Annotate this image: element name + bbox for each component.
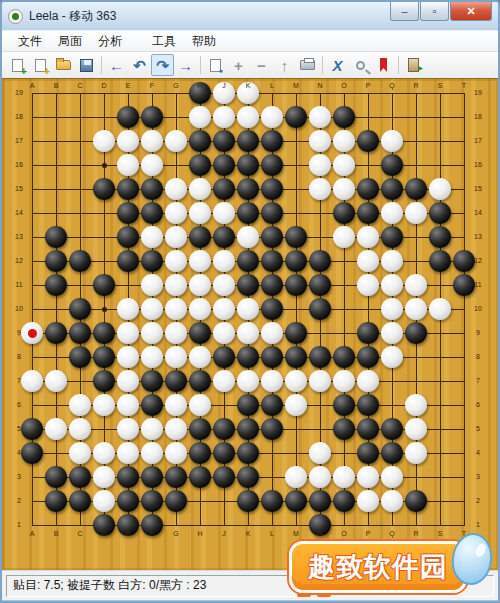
bookmark-icon[interactable]: [372, 54, 395, 76]
stone-black[interactable]: [309, 250, 331, 272]
row-label-left: 11: [10, 281, 28, 289]
stone-black[interactable]: [189, 154, 211, 176]
stone-black[interactable]: [405, 322, 427, 344]
pass-move-icon[interactable]: ↑: [273, 54, 296, 76]
stone-white[interactable]: [189, 202, 211, 224]
stone-black[interactable]: [69, 298, 91, 320]
stone-black[interactable]: [117, 226, 139, 248]
stone-white[interactable]: [405, 394, 427, 416]
row-label-right: 15: [469, 185, 487, 193]
toolbar: ←↶↷→+−↑X: [2, 51, 498, 78]
stone-black[interactable]: [381, 154, 403, 176]
stone-black[interactable]: [261, 226, 283, 248]
row-label-left: 1: [10, 521, 28, 529]
stone-black[interactable]: [261, 346, 283, 368]
stone-black[interactable]: [381, 226, 403, 248]
stone-black[interactable]: [261, 154, 283, 176]
stone-white[interactable]: [261, 370, 283, 392]
stone-white[interactable]: [309, 442, 331, 464]
row-label-left: 7: [10, 377, 28, 385]
redo-move-icon[interactable]: ↷: [151, 54, 174, 76]
stone-black[interactable]: [165, 370, 187, 392]
stone-white[interactable]: [45, 370, 67, 392]
stone-black[interactable]: [261, 202, 283, 224]
stone-black[interactable]: [117, 106, 139, 128]
stone-white[interactable]: [117, 418, 139, 440]
stone-black[interactable]: [69, 346, 91, 368]
stone-white[interactable]: [261, 106, 283, 128]
stone-white[interactable]: [213, 370, 235, 392]
stone-black[interactable]: [357, 442, 379, 464]
go-grid[interactable]: [32, 93, 465, 526]
save-file-icon[interactable]: [75, 54, 98, 76]
row-label-left: 3: [10, 473, 28, 481]
col-label-top: O: [332, 82, 356, 90]
row-label-left: 19: [10, 89, 28, 97]
stone-black[interactable]: [45, 466, 67, 488]
stone-black[interactable]: [333, 106, 355, 128]
toolbar-separator: [101, 56, 102, 74]
col-label-top: H: [188, 82, 212, 90]
stone-white[interactable]: [141, 154, 163, 176]
stone-white[interactable]: [69, 418, 91, 440]
col-label-bottom: M: [284, 530, 308, 538]
stone-white[interactable]: [165, 394, 187, 416]
stone-black[interactable]: [141, 394, 163, 416]
col-label-bottom: C: [68, 530, 92, 538]
stone-black[interactable]: [213, 418, 235, 440]
stone-white[interactable]: [381, 202, 403, 224]
star-point: [102, 307, 107, 312]
stone-black[interactable]: [141, 370, 163, 392]
stone-black[interactable]: [285, 250, 307, 272]
close-button[interactable]: ✕: [450, 2, 492, 21]
stone-white[interactable]: [165, 442, 187, 464]
stone-black[interactable]: [117, 250, 139, 272]
stone-white[interactable]: [357, 466, 379, 488]
stone-white[interactable]: [141, 226, 163, 248]
stone-white[interactable]: [405, 418, 427, 440]
stone-white[interactable]: [165, 130, 187, 152]
row-label-right: 18: [469, 113, 487, 121]
toolbar-separator: [322, 56, 323, 74]
stone-white[interactable]: [141, 322, 163, 344]
open-file-icon[interactable]: [52, 54, 75, 76]
stone-black[interactable]: [189, 418, 211, 440]
stone-white[interactable]: [333, 466, 355, 488]
stone-white[interactable]: [45, 418, 67, 440]
stone-white[interactable]: [237, 106, 259, 128]
stone-white[interactable]: [165, 322, 187, 344]
stone-white[interactable]: [333, 370, 355, 392]
col-label-bottom: L: [260, 530, 284, 538]
stone-black[interactable]: [93, 322, 115, 344]
zoom-out-icon[interactable]: −: [250, 54, 273, 76]
row-label-right: 11: [469, 281, 487, 289]
row-label-right: 17: [469, 137, 487, 145]
stone-black[interactable]: [45, 250, 67, 272]
stone-black[interactable]: [213, 442, 235, 464]
col-label-top: Q: [380, 82, 404, 90]
delete-icon[interactable]: X: [326, 54, 349, 76]
stone-black[interactable]: [285, 274, 307, 296]
stone-white[interactable]: [405, 442, 427, 464]
stone-white[interactable]: [381, 130, 403, 152]
stone-white[interactable]: [429, 178, 451, 200]
row-label-left: 8: [10, 353, 28, 361]
row-label-right: 4: [469, 449, 487, 457]
stone-white[interactable]: [69, 442, 91, 464]
row-label-left: 16: [10, 161, 28, 169]
stone-white[interactable]: [429, 298, 451, 320]
stone-black[interactable]: [261, 250, 283, 272]
stone-black[interactable]: [261, 274, 283, 296]
stone-black[interactable]: [261, 298, 283, 320]
stone-white[interactable]: [117, 322, 139, 344]
stone-white[interactable]: [213, 298, 235, 320]
stone-black[interactable]: [213, 178, 235, 200]
stone-white[interactable]: [237, 298, 259, 320]
stone-white[interactable]: [381, 298, 403, 320]
stone-white[interactable]: [357, 490, 379, 512]
stone-black[interactable]: [237, 490, 259, 512]
stone-white[interactable]: [165, 250, 187, 272]
stone-black[interactable]: [285, 226, 307, 248]
stone-white[interactable]: [237, 322, 259, 344]
col-label-top: E: [116, 82, 140, 90]
stone-white[interactable]: [333, 154, 355, 176]
titlebar: Leela - 移动 363 – ▫ ✕: [2, 2, 498, 30]
stone-black[interactable]: [117, 202, 139, 224]
stone-white[interactable]: [333, 130, 355, 152]
stone-white[interactable]: [141, 442, 163, 464]
stone-black[interactable]: [309, 274, 331, 296]
row-label-left: 12: [10, 257, 28, 265]
undo-move-icon[interactable]: ↶: [128, 54, 151, 76]
stone-black[interactable]: [333, 490, 355, 512]
row-label-right: 3: [469, 473, 487, 481]
zoom-in-icon[interactable]: +: [227, 54, 250, 76]
stone-black[interactable]: [189, 322, 211, 344]
col-label-bottom: G: [164, 530, 188, 538]
stone-black[interactable]: [213, 130, 235, 152]
stone-white[interactable]: [189, 106, 211, 128]
col-label-bottom: N: [308, 530, 332, 538]
leela-window: Leela - 移动 363 – ▫ ✕ 文件局面分析工具帮助 ←↶↷→+−↑X…: [0, 0, 500, 603]
stone-white[interactable]: [117, 154, 139, 176]
col-label-top: P: [356, 82, 380, 90]
stone-black[interactable]: [141, 178, 163, 200]
stone-black[interactable]: [237, 274, 259, 296]
row-label-right: 5: [469, 425, 487, 433]
stone-black[interactable]: [213, 346, 235, 368]
stone-white[interactable]: [357, 226, 379, 248]
stone-white[interactable]: [141, 418, 163, 440]
stone-white[interactable]: [165, 274, 187, 296]
jump-end-icon[interactable]: →: [174, 54, 197, 76]
stone-black[interactable]: [45, 226, 67, 248]
stone-white[interactable]: [189, 346, 211, 368]
stone-black[interactable]: [237, 202, 259, 224]
menu-item-4[interactable]: 帮助: [184, 31, 224, 52]
stone-white[interactable]: [117, 298, 139, 320]
stone-white[interactable]: [309, 178, 331, 200]
stone-black[interactable]: [429, 226, 451, 248]
row-label-left: 2: [10, 497, 28, 505]
stone-black[interactable]: [261, 130, 283, 152]
stone-black[interactable]: [69, 250, 91, 272]
stone-white[interactable]: [165, 226, 187, 248]
stone-black[interactable]: [285, 346, 307, 368]
stone-black[interactable]: [333, 202, 355, 224]
stone-black[interactable]: [69, 490, 91, 512]
stone-white[interactable]: [285, 466, 307, 488]
col-label-top: M: [284, 82, 308, 90]
stone-black[interactable]: [237, 442, 259, 464]
stone-white[interactable]: [405, 202, 427, 224]
stone-white[interactable]: [189, 298, 211, 320]
stone-black[interactable]: [237, 178, 259, 200]
stone-white[interactable]: [285, 394, 307, 416]
stone-white[interactable]: [69, 394, 91, 416]
stone-white[interactable]: [309, 106, 331, 128]
stone-white[interactable]: [357, 370, 379, 392]
stone-white[interactable]: [381, 346, 403, 368]
stone-black[interactable]: [261, 178, 283, 200]
stone-black[interactable]: [333, 418, 355, 440]
stone-black[interactable]: [357, 130, 379, 152]
stone-black[interactable]: [117, 466, 139, 488]
stone-black[interactable]: [93, 370, 115, 392]
stone-black[interactable]: [381, 442, 403, 464]
col-label-top: R: [404, 82, 428, 90]
stone-black[interactable]: [285, 490, 307, 512]
maximize-button[interactable]: ▫: [420, 2, 449, 21]
search-icon[interactable]: [349, 54, 372, 76]
stone-black[interactable]: [381, 418, 403, 440]
col-label-bottom: S: [428, 530, 452, 538]
stone-white[interactable]: [93, 130, 115, 152]
stone-black[interactable]: [189, 370, 211, 392]
stone-black[interactable]: [429, 250, 451, 272]
menubar: 文件局面分析工具帮助: [2, 30, 498, 51]
stone-white[interactable]: [93, 442, 115, 464]
col-label-bottom: F: [140, 530, 164, 538]
menu-item-0[interactable]: 文件: [10, 31, 50, 52]
stone-black[interactable]: [309, 346, 331, 368]
stone-white[interactable]: [141, 274, 163, 296]
minimize-button[interactable]: –: [390, 2, 419, 21]
stone-white[interactable]: [381, 322, 403, 344]
stone-white[interactable]: [357, 274, 379, 296]
col-label-top: B: [44, 82, 68, 90]
stone-black[interactable]: [45, 274, 67, 296]
stone-black[interactable]: [141, 106, 163, 128]
stone-white[interactable]: [117, 442, 139, 464]
stone-white[interactable]: [237, 226, 259, 248]
stone-black[interactable]: [141, 490, 163, 512]
stone-white[interactable]: [405, 298, 427, 320]
stone-white[interactable]: [213, 274, 235, 296]
col-label-top: L: [260, 82, 284, 90]
jump-begin-icon[interactable]: ←: [105, 54, 128, 76]
stone-black[interactable]: [405, 178, 427, 200]
stone-black[interactable]: [357, 322, 379, 344]
stone-white[interactable]: [189, 394, 211, 416]
stone-black[interactable]: [69, 466, 91, 488]
stone-white[interactable]: [117, 370, 139, 392]
stone-black[interactable]: [69, 322, 91, 344]
stone-white[interactable]: [309, 130, 331, 152]
stone-black[interactable]: [165, 490, 187, 512]
stone-white[interactable]: [357, 250, 379, 272]
stone-black[interactable]: [357, 394, 379, 416]
stone-black[interactable]: [189, 466, 211, 488]
stone-black[interactable]: [333, 346, 355, 368]
stone-black[interactable]: [309, 490, 331, 512]
stone-black[interactable]: [261, 418, 283, 440]
stone-black[interactable]: [381, 178, 403, 200]
col-label-bottom: T: [452, 530, 476, 538]
stone-black[interactable]: [357, 418, 379, 440]
stone-black[interactable]: [309, 298, 331, 320]
stone-white[interactable]: [165, 178, 187, 200]
stone-white[interactable]: [405, 274, 427, 296]
stone-black[interactable]: [141, 202, 163, 224]
stone-black[interactable]: [237, 154, 259, 176]
stone-white[interactable]: [213, 106, 235, 128]
stone-white[interactable]: [309, 154, 331, 176]
menu-item-2[interactable]: 分析: [90, 31, 130, 52]
stone-black[interactable]: [117, 490, 139, 512]
stone-black[interactable]: [93, 178, 115, 200]
print-icon[interactable]: [296, 54, 319, 76]
stone-white[interactable]: [117, 130, 139, 152]
stone-white[interactable]: [93, 466, 115, 488]
col-label-bottom: J: [212, 530, 236, 538]
col-label-top: G: [164, 82, 188, 90]
row-label-right: 12: [469, 257, 487, 265]
stone-black[interactable]: [213, 154, 235, 176]
stone-black[interactable]: [237, 466, 259, 488]
star-point: [102, 163, 107, 168]
stone-white[interactable]: [165, 202, 187, 224]
stone-black[interactable]: [213, 226, 235, 248]
stone-black[interactable]: [285, 322, 307, 344]
exit-icon[interactable]: [402, 54, 425, 76]
stone-white[interactable]: [141, 298, 163, 320]
stone-white[interactable]: [213, 202, 235, 224]
col-label-top: K: [236, 82, 260, 90]
stone-black[interactable]: [45, 490, 67, 512]
stone-white[interactable]: [189, 274, 211, 296]
stone-black[interactable]: [45, 322, 67, 344]
stone-black[interactable]: [285, 106, 307, 128]
col-label-bottom: K: [236, 530, 260, 538]
stone-black[interactable]: [237, 346, 259, 368]
stone-white[interactable]: [261, 322, 283, 344]
stone-white[interactable]: [117, 346, 139, 368]
stone-white[interactable]: [165, 346, 187, 368]
stone-black[interactable]: [429, 202, 451, 224]
stone-white[interactable]: [165, 418, 187, 440]
stone-black[interactable]: [357, 202, 379, 224]
menu-item-1[interactable]: 局面: [50, 31, 90, 52]
stone-white[interactable]: [189, 178, 211, 200]
row-label-left: 14: [10, 209, 28, 217]
stone-black[interactable]: [237, 418, 259, 440]
stone-black[interactable]: [141, 466, 163, 488]
stone-black[interactable]: [261, 490, 283, 512]
stone-white[interactable]: [117, 394, 139, 416]
new-board-icon[interactable]: [6, 54, 29, 76]
stone-black[interactable]: [237, 130, 259, 152]
stone-white[interactable]: [165, 298, 187, 320]
new-window-icon[interactable]: [29, 54, 52, 76]
stone-black[interactable]: [237, 394, 259, 416]
stone-white[interactable]: [189, 250, 211, 272]
stone-black[interactable]: [93, 274, 115, 296]
row-label-left: 15: [10, 185, 28, 193]
col-label-top: A: [20, 82, 44, 90]
stone-black[interactable]: [165, 466, 187, 488]
stone-white[interactable]: [141, 130, 163, 152]
stone-black[interactable]: [357, 178, 379, 200]
menu-item-3[interactable]: 工具: [144, 31, 184, 52]
row-label-right: 13: [469, 233, 487, 241]
stone-black[interactable]: [357, 346, 379, 368]
stone-white[interactable]: [381, 466, 403, 488]
stone-white[interactable]: [285, 370, 307, 392]
stone-white[interactable]: [213, 322, 235, 344]
stone-black[interactable]: [189, 130, 211, 152]
col-label-top: D: [92, 82, 116, 90]
stone-black[interactable]: [189, 442, 211, 464]
stone-black[interactable]: [189, 226, 211, 248]
stone-white[interactable]: [309, 466, 331, 488]
stone-black[interactable]: [117, 178, 139, 200]
row-label-left: 9: [10, 329, 28, 337]
analyze-icon[interactable]: [204, 54, 227, 76]
stone-black[interactable]: [141, 250, 163, 272]
stone-white[interactable]: [309, 370, 331, 392]
stone-white[interactable]: [333, 178, 355, 200]
stone-white[interactable]: [381, 274, 403, 296]
stone-black[interactable]: [261, 394, 283, 416]
stone-white[interactable]: [141, 346, 163, 368]
col-label-top: N: [308, 82, 332, 90]
stone-white[interactable]: [333, 226, 355, 248]
row-label-right: 16: [469, 161, 487, 169]
stone-black[interactable]: [333, 394, 355, 416]
stone-white[interactable]: [381, 250, 403, 272]
stone-white[interactable]: [213, 250, 235, 272]
stone-white[interactable]: [93, 394, 115, 416]
col-label-top: F: [140, 82, 164, 90]
row-label-right: 6: [469, 401, 487, 409]
row-label-right: 7: [469, 377, 487, 385]
stone-black[interactable]: [237, 250, 259, 272]
stone-black[interactable]: [213, 466, 235, 488]
col-label-bottom: D: [92, 530, 116, 538]
stone-black[interactable]: [405, 490, 427, 512]
stone-white[interactable]: [93, 490, 115, 512]
row-label-left: 13: [10, 233, 28, 241]
stone-white[interactable]: [381, 490, 403, 512]
toolbar-separator: [200, 56, 201, 74]
stone-black[interactable]: [93, 346, 115, 368]
stone-white[interactable]: [237, 370, 259, 392]
